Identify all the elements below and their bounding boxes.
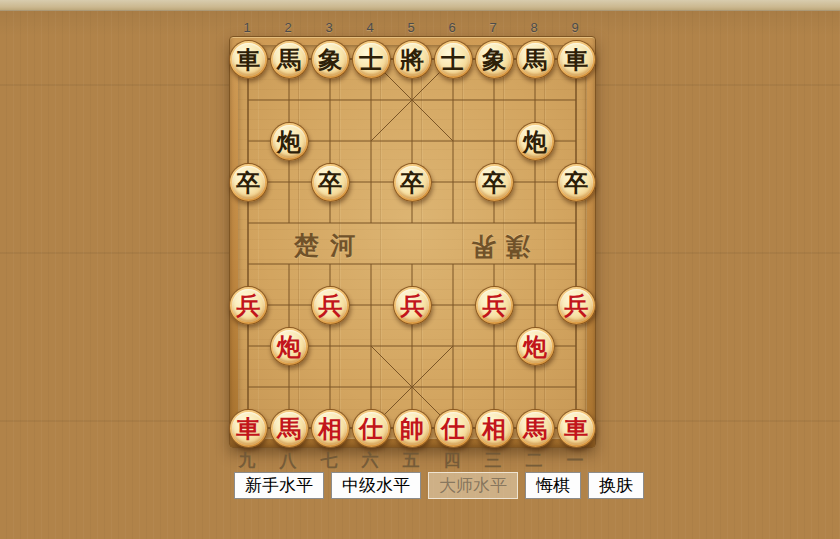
board-cell[interactable] xyxy=(433,162,474,203)
board-cell[interactable]: 卒 xyxy=(310,162,351,203)
board-cell[interactable] xyxy=(310,80,351,121)
piece[interactable]: 士 xyxy=(434,40,473,79)
board-cell[interactable] xyxy=(556,326,597,367)
piece-character: 士 xyxy=(435,41,472,78)
file-number-label: 九 xyxy=(227,449,268,472)
board-cell[interactable] xyxy=(351,162,392,203)
novice-level-button[interactable]: 新手水平 xyxy=(234,472,324,499)
board-cell[interactable] xyxy=(474,80,515,121)
piece-character: 將 xyxy=(394,41,431,78)
board-cell[interactable]: 將 xyxy=(392,39,433,80)
board-cell[interactable] xyxy=(351,326,392,367)
file-number-label: 三 xyxy=(473,449,514,472)
piece-character: 兵 xyxy=(558,287,595,324)
piece-character: 車 xyxy=(230,41,267,78)
piece-character: 士 xyxy=(353,41,390,78)
board-cell[interactable] xyxy=(474,203,515,244)
file-number-label: 一 xyxy=(555,449,596,472)
board-cell[interactable]: 象 xyxy=(474,39,515,80)
board-cell[interactable]: 馬 xyxy=(515,408,556,449)
board-cell[interactable] xyxy=(269,162,310,203)
piece-character: 卒 xyxy=(230,164,267,201)
board-cell[interactable]: 車 xyxy=(556,39,597,80)
piece[interactable]: 相 xyxy=(475,409,514,448)
file-number-label: 四 xyxy=(432,449,473,472)
piece[interactable]: 象 xyxy=(475,40,514,79)
board-cell[interactable] xyxy=(351,285,392,326)
file-number-label: 7 xyxy=(473,20,514,35)
board-cell[interactable]: 卒 xyxy=(474,162,515,203)
piece-grid: 車馬象士將士象馬車炮炮卒卒卒卒卒兵兵兵兵兵炮炮車馬相仕帥仕相馬車 xyxy=(228,39,597,449)
board-cell[interactable]: 馬 xyxy=(269,408,310,449)
piece[interactable]: 帥 xyxy=(393,409,432,448)
file-number-label: 2 xyxy=(268,20,309,35)
board-cell[interactable] xyxy=(474,121,515,162)
app-background: 123456789 xyxy=(0,0,840,539)
piece[interactable]: 象 xyxy=(311,40,350,79)
board-cell[interactable]: 仕 xyxy=(433,408,474,449)
board-cell[interactable] xyxy=(310,244,351,285)
board-cell[interactable] xyxy=(269,285,310,326)
control-buttons: 新手水平 中级水平 大师水平 悔棋 换肤 xyxy=(234,472,644,499)
board-cell[interactable]: 兵 xyxy=(310,285,351,326)
board-cell[interactable]: 車 xyxy=(228,39,269,80)
piece-character: 相 xyxy=(476,410,513,447)
piece-character: 象 xyxy=(476,41,513,78)
board-cell[interactable]: 仕 xyxy=(351,408,392,449)
piece-character: 仕 xyxy=(435,410,472,447)
board-cell[interactable] xyxy=(351,244,392,285)
board-cell[interactable]: 車 xyxy=(228,408,269,449)
board-cell[interactable] xyxy=(515,162,556,203)
board-cell[interactable]: 兵 xyxy=(556,285,597,326)
board-cell[interactable] xyxy=(228,244,269,285)
change-skin-button[interactable]: 换肤 xyxy=(588,472,644,499)
piece-character: 馬 xyxy=(517,410,554,447)
board-cell[interactable] xyxy=(474,326,515,367)
board-cell[interactable] xyxy=(351,121,392,162)
board-cell[interactable]: 兵 xyxy=(474,285,515,326)
board-cell[interactable] xyxy=(392,326,433,367)
board-cell[interactable] xyxy=(433,285,474,326)
board-cell[interactable] xyxy=(392,244,433,285)
piece-character: 兵 xyxy=(312,287,349,324)
piece-character: 車 xyxy=(558,410,595,447)
board-cell[interactable] xyxy=(351,203,392,244)
intermediate-level-button[interactable]: 中级水平 xyxy=(331,472,421,499)
board-cell[interactable]: 帥 xyxy=(392,408,433,449)
board-cell[interactable] xyxy=(433,121,474,162)
board-cell[interactable]: 炮 xyxy=(515,326,556,367)
piece[interactable]: 兵 xyxy=(475,286,514,325)
board-cell[interactable] xyxy=(228,203,269,244)
piece[interactable]: 炮 xyxy=(270,122,309,161)
board-cell[interactable] xyxy=(269,244,310,285)
file-number-label: 六 xyxy=(350,449,391,472)
piece[interactable]: 車 xyxy=(557,40,596,79)
piece[interactable]: 卒 xyxy=(229,163,268,202)
piece[interactable]: 炮 xyxy=(270,327,309,366)
board-cell[interactable] xyxy=(269,80,310,121)
piece-character: 炮 xyxy=(271,328,308,365)
board-cell[interactable] xyxy=(392,80,433,121)
master-level-button: 大师水平 xyxy=(428,472,518,499)
board-cell[interactable] xyxy=(310,203,351,244)
file-numbers-bottom: 九八七六五四三二一 xyxy=(227,449,596,472)
piece[interactable]: 士 xyxy=(352,40,391,79)
file-number-label: 3 xyxy=(309,20,350,35)
file-number-label: 8 xyxy=(514,20,555,35)
board-cell[interactable] xyxy=(433,326,474,367)
board-cell[interactable]: 車 xyxy=(556,408,597,449)
top-wood-strip xyxy=(0,0,840,11)
board-cell[interactable] xyxy=(392,367,433,408)
file-number-label: 五 xyxy=(391,449,432,472)
board-cell[interactable]: 士 xyxy=(433,39,474,80)
board-cell[interactable] xyxy=(515,203,556,244)
board-cell[interactable]: 兵 xyxy=(228,285,269,326)
board-cell[interactable] xyxy=(310,367,351,408)
board-cell[interactable] xyxy=(351,367,392,408)
piece-character: 馬 xyxy=(271,41,308,78)
undo-move-button[interactable]: 悔棋 xyxy=(525,472,581,499)
board-cell[interactable] xyxy=(556,203,597,244)
piece[interactable]: 相 xyxy=(311,409,350,448)
piece-character: 卒 xyxy=(476,164,513,201)
piece[interactable]: 車 xyxy=(229,409,268,448)
piece-character: 兵 xyxy=(476,287,513,324)
board-cell[interactable] xyxy=(515,367,556,408)
piece-character: 帥 xyxy=(394,410,431,447)
piece[interactable]: 卒 xyxy=(475,163,514,202)
file-number-label: 1 xyxy=(227,20,268,35)
piece-character: 兵 xyxy=(230,287,267,324)
file-numbers-top: 123456789 xyxy=(227,20,596,35)
board-cell[interactable]: 馬 xyxy=(269,39,310,80)
piece[interactable]: 仕 xyxy=(434,409,473,448)
board-cell[interactable]: 炮 xyxy=(269,121,310,162)
file-number-label: 八 xyxy=(268,449,309,472)
board-cell[interactable]: 卒 xyxy=(392,162,433,203)
piece[interactable]: 卒 xyxy=(311,163,350,202)
piece-character: 相 xyxy=(312,410,349,447)
board-cell[interactable]: 象 xyxy=(310,39,351,80)
board-cell[interactable]: 馬 xyxy=(515,39,556,80)
board-cell[interactable] xyxy=(228,326,269,367)
board-cell[interactable]: 相 xyxy=(310,408,351,449)
piece-character: 車 xyxy=(230,410,267,447)
file-number-label: 6 xyxy=(432,20,473,35)
board-cell[interactable] xyxy=(433,80,474,121)
board-cell[interactable] xyxy=(269,367,310,408)
piece-character: 兵 xyxy=(394,287,431,324)
board-cell[interactable] xyxy=(269,203,310,244)
board-cell[interactable] xyxy=(474,367,515,408)
piece-character: 馬 xyxy=(517,41,554,78)
piece-character: 象 xyxy=(312,41,349,78)
xiangqi-board: 楚河 漢界 車馬象士將士象馬車炮炮卒卒卒卒卒兵兵兵兵兵炮炮車馬相仕帥仕相馬車 xyxy=(229,36,596,448)
piece[interactable]: 車 xyxy=(229,40,268,79)
piece-character: 車 xyxy=(558,41,595,78)
board-cell[interactable] xyxy=(433,367,474,408)
file-number-label: 二 xyxy=(514,449,555,472)
piece[interactable]: 馬 xyxy=(270,40,309,79)
board-cell[interactable] xyxy=(556,80,597,121)
piece[interactable]: 馬 xyxy=(516,40,555,79)
piece[interactable]: 兵 xyxy=(229,286,268,325)
piece-character: 炮 xyxy=(271,123,308,160)
board-cell[interactable] xyxy=(310,326,351,367)
file-number-label: 9 xyxy=(555,20,596,35)
board-cell[interactable] xyxy=(228,367,269,408)
file-number-label: 4 xyxy=(350,20,391,35)
piece[interactable]: 兵 xyxy=(557,286,596,325)
piece[interactable]: 卒 xyxy=(393,163,432,202)
piece-character: 炮 xyxy=(517,328,554,365)
piece-character: 卒 xyxy=(312,164,349,201)
piece[interactable]: 炮 xyxy=(516,327,555,366)
piece[interactable]: 兵 xyxy=(311,286,350,325)
piece[interactable]: 炮 xyxy=(516,122,555,161)
board-cell[interactable] xyxy=(310,121,351,162)
piece-character: 炮 xyxy=(517,123,554,160)
board-cell[interactable] xyxy=(433,203,474,244)
piece[interactable]: 將 xyxy=(393,40,432,79)
board-cell[interactable] xyxy=(556,367,597,408)
board-cell[interactable] xyxy=(515,244,556,285)
file-number-label: 七 xyxy=(309,449,350,472)
piece[interactable]: 兵 xyxy=(393,286,432,325)
piece-character: 卒 xyxy=(558,164,595,201)
piece[interactable]: 馬 xyxy=(270,409,309,448)
board-cell[interactable] xyxy=(392,121,433,162)
board-cell[interactable] xyxy=(433,244,474,285)
board-cell[interactable]: 士 xyxy=(351,39,392,80)
board-cell[interactable] xyxy=(515,80,556,121)
board-cell[interactable] xyxy=(351,80,392,121)
piece[interactable]: 車 xyxy=(557,409,596,448)
piece[interactable]: 馬 xyxy=(516,409,555,448)
piece-character: 卒 xyxy=(394,164,431,201)
board-cell[interactable] xyxy=(556,121,597,162)
piece-character: 仕 xyxy=(353,410,390,447)
board-cell[interactable] xyxy=(392,203,433,244)
file-number-label: 5 xyxy=(391,20,432,35)
board-cell[interactable] xyxy=(474,244,515,285)
piece[interactable]: 卒 xyxy=(557,163,596,202)
board-cell[interactable] xyxy=(228,80,269,121)
board-cell[interactable]: 兵 xyxy=(392,285,433,326)
board-cell[interactable]: 相 xyxy=(474,408,515,449)
board-cell[interactable]: 卒 xyxy=(556,162,597,203)
board-cell[interactable]: 炮 xyxy=(269,326,310,367)
board-cell[interactable] xyxy=(515,285,556,326)
board-cell[interactable] xyxy=(556,244,597,285)
piece-character: 馬 xyxy=(271,410,308,447)
board-cell[interactable]: 炮 xyxy=(515,121,556,162)
board-cell[interactable]: 卒 xyxy=(228,162,269,203)
board-cell[interactable] xyxy=(228,121,269,162)
piece[interactable]: 仕 xyxy=(352,409,391,448)
